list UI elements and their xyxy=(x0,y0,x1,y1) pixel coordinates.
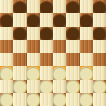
square-light-r2c4 xyxy=(53,27,66,40)
square-light-r5c3 xyxy=(40,66,53,79)
square-light-r1c1 xyxy=(13,13,26,26)
square-4[interactable]: ● xyxy=(93,0,106,13)
square-22[interactable]: ● xyxy=(27,66,40,79)
light-man[interactable]: ● xyxy=(80,93,93,106)
light-man[interactable]: ● xyxy=(93,80,106,93)
square-9[interactable]: ● xyxy=(13,27,26,40)
light-man[interactable]: ● xyxy=(53,66,66,79)
square-2[interactable]: ● xyxy=(40,0,53,13)
square-light-r4c4 xyxy=(53,53,66,66)
square-28[interactable]: ● xyxy=(93,80,106,93)
square-1[interactable]: ● xyxy=(13,0,26,13)
square-light-r6c2 xyxy=(27,80,40,93)
square-3[interactable]: ● xyxy=(66,0,79,13)
square-18[interactable] xyxy=(40,53,53,66)
square-8[interactable]: ● xyxy=(80,13,93,26)
dark-man[interactable]: ● xyxy=(0,13,13,26)
square-12[interactable]: ● xyxy=(93,27,106,40)
dark-man[interactable]: ● xyxy=(80,13,93,26)
square-light-r0c4 xyxy=(53,0,66,13)
dark-man[interactable]: ● xyxy=(93,27,106,40)
square-light-r4c0 xyxy=(0,53,13,66)
dark-man[interactable]: ● xyxy=(40,27,53,40)
dark-man[interactable]: ● xyxy=(66,27,79,40)
square-light-r2c0 xyxy=(0,27,13,40)
square-light-r7c7 xyxy=(93,93,106,106)
square-light-r3c3 xyxy=(40,40,53,53)
light-man[interactable]: ● xyxy=(66,80,79,93)
square-light-r6c4 xyxy=(53,80,66,93)
square-light-r0c0 xyxy=(0,0,13,13)
square-11[interactable]: ● xyxy=(66,27,79,40)
dark-man[interactable]: ● xyxy=(40,0,53,13)
square-5[interactable]: ● xyxy=(0,13,13,26)
checkers-board: ●●●●●●●●●●●●●●●●●●●●●●●● xyxy=(0,0,106,106)
square-light-r3c5 xyxy=(66,40,79,53)
square-20[interactable] xyxy=(93,53,106,66)
square-15[interactable] xyxy=(53,40,66,53)
light-man[interactable]: ● xyxy=(13,80,26,93)
square-27[interactable]: ● xyxy=(66,80,79,93)
dark-man[interactable]: ● xyxy=(27,13,40,26)
light-man[interactable]: ● xyxy=(80,66,93,79)
square-light-r7c5 xyxy=(66,93,79,106)
dark-man[interactable]: ● xyxy=(93,0,106,13)
square-10[interactable]: ● xyxy=(40,27,53,40)
square-light-r0c2 xyxy=(27,0,40,13)
square-24[interactable]: ● xyxy=(80,66,93,79)
light-man[interactable]: ● xyxy=(27,93,40,106)
light-man[interactable]: ● xyxy=(40,80,53,93)
square-light-r1c5 xyxy=(66,13,79,26)
square-30[interactable]: ● xyxy=(27,93,40,106)
square-32[interactable]: ● xyxy=(80,93,93,106)
light-man[interactable]: ● xyxy=(0,93,13,106)
dark-man[interactable]: ● xyxy=(13,0,26,13)
square-light-r5c1 xyxy=(13,66,26,79)
square-25[interactable]: ● xyxy=(13,80,26,93)
light-man[interactable]: ● xyxy=(27,66,40,79)
square-19[interactable] xyxy=(66,53,79,66)
dark-man[interactable]: ● xyxy=(66,0,79,13)
square-light-r5c5 xyxy=(66,66,79,79)
square-13[interactable] xyxy=(0,40,13,53)
square-light-r3c1 xyxy=(13,40,26,53)
square-16[interactable] xyxy=(80,40,93,53)
square-29[interactable]: ● xyxy=(0,93,13,106)
square-light-r1c7 xyxy=(93,13,106,26)
square-23[interactable]: ● xyxy=(53,66,66,79)
square-light-r5c7 xyxy=(93,66,106,79)
square-light-r6c0 xyxy=(0,80,13,93)
light-man[interactable]: ● xyxy=(53,93,66,106)
square-light-r3c7 xyxy=(93,40,106,53)
square-light-r6c6 xyxy=(80,80,93,93)
square-light-r1c3 xyxy=(40,13,53,26)
square-6[interactable]: ● xyxy=(27,13,40,26)
square-light-r2c2 xyxy=(27,27,40,40)
square-14[interactable] xyxy=(27,40,40,53)
square-17[interactable] xyxy=(13,53,26,66)
square-31[interactable]: ● xyxy=(53,93,66,106)
dark-man[interactable]: ● xyxy=(13,27,26,40)
square-7[interactable]: ● xyxy=(53,13,66,26)
square-21[interactable]: ● xyxy=(0,66,13,79)
square-light-r4c6 xyxy=(80,53,93,66)
square-light-r0c6 xyxy=(80,0,93,13)
square-light-r2c6 xyxy=(80,27,93,40)
square-light-r4c2 xyxy=(27,53,40,66)
square-light-r7c1 xyxy=(13,93,26,106)
light-man[interactable]: ● xyxy=(0,66,13,79)
dark-man[interactable]: ● xyxy=(53,13,66,26)
square-light-r7c3 xyxy=(40,93,53,106)
square-26[interactable]: ● xyxy=(40,80,53,93)
